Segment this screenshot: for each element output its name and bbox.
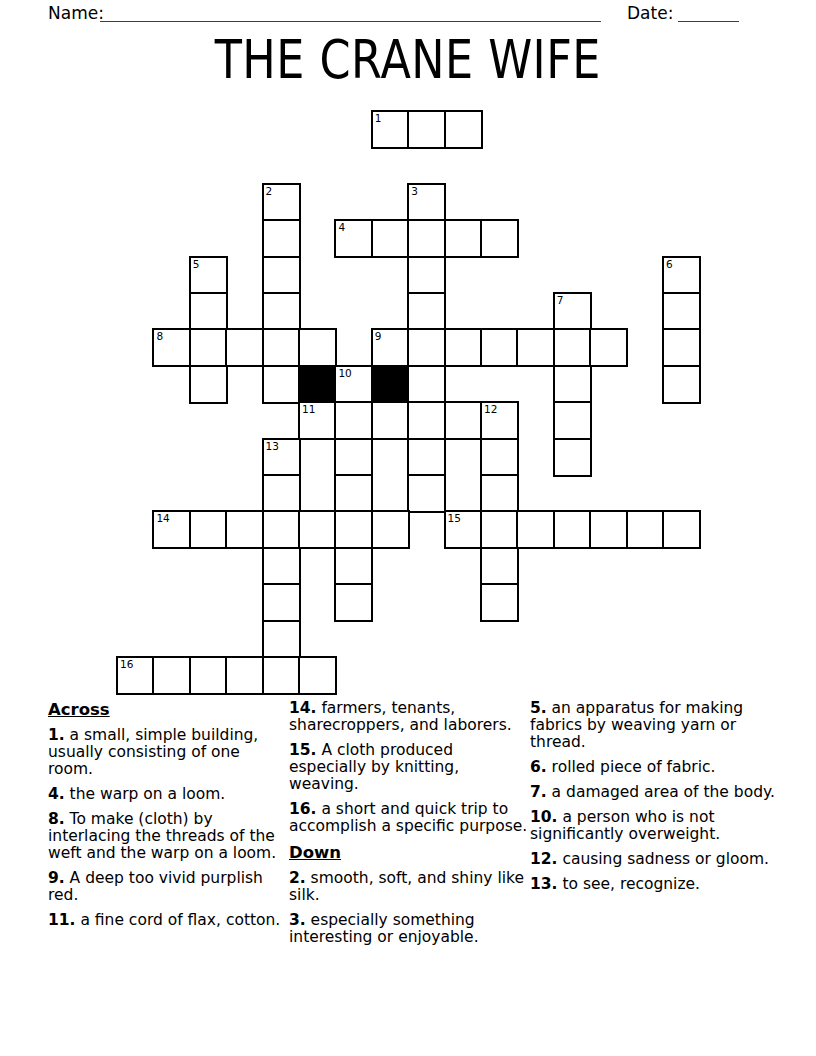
answer-cell-r6c8[interactable] [407,328,446,367]
clue-down-3: 3. especially something interesting or e… [289,912,532,946]
answer-cell-r6c10[interactable] [480,328,519,367]
answer-cell-r15c2[interactable] [189,656,228,695]
answer-cell-r13c10[interactable] [480,583,519,622]
cell-number-15: 15 [448,512,461,524]
answer-cell-r6c4[interactable] [262,328,301,367]
answer-cell-r7c15[interactable] [662,365,701,404]
answer-cell-r9c8[interactable] [407,438,446,477]
answer-cell-r6c5[interactable] [298,328,337,367]
answer-cell-r14c4[interactable] [262,620,301,659]
answer-cell-r8c10[interactable]: 12 [480,401,519,440]
clue-number-6: 6. [530,758,547,776]
answer-cell-r8c12[interactable] [553,401,592,440]
answer-cell-r13c4[interactable] [262,583,301,622]
answer-cell-r11c1[interactable]: 14 [152,510,191,549]
answer-cell-r5c15[interactable] [662,292,701,331]
answer-cell-r6c13[interactable] [589,328,628,367]
clue-across-11: 11. a fine cord of flax, cotton. [48,912,285,929]
clue-number-12: 12. [530,850,557,868]
clue-number-13: 13. [530,875,557,893]
date-label: Date: [627,4,673,23]
clue-down-10: 10. a person who is not significantly ov… [530,809,775,843]
answer-cell-r5c4[interactable] [262,292,301,331]
answer-cell-r6c2[interactable] [189,328,228,367]
answer-cell-r0c7[interactable]: 1 [371,110,410,149]
answer-cell-r8c7[interactable] [371,401,410,440]
answer-cell-r3c7[interactable] [371,219,410,258]
clue-down-12: 12. causing sadness or gloom. [530,851,775,868]
clue-column-middle: 14. farmers, tenants, sharecroppers, and… [289,700,532,954]
cell-number-7: 7 [557,294,564,306]
block-cell-r7c7 [371,365,410,404]
answer-cell-r0c9[interactable] [444,110,483,149]
answer-cell-r10c6[interactable] [334,474,373,513]
answer-cell-r10c4[interactable] [262,474,301,513]
clue-number-16: 16. [289,800,316,818]
across-heading: Across [48,700,285,719]
answer-cell-r8c6[interactable] [334,401,373,440]
answer-cell-r11c4[interactable] [262,510,301,549]
answer-cell-r6c3[interactable] [225,328,264,367]
answer-cell-r2c8[interactable]: 3 [407,183,446,222]
clue-number-4: 4. [48,785,65,803]
clue-across-9: 9. A deep too vivid purplish red. [48,870,285,904]
answer-cell-r5c12[interactable]: 7 [553,292,592,331]
page-title: THE CRANE WIFE [215,34,601,86]
answer-cell-r6c7[interactable]: 9 [371,328,410,367]
answer-cell-r12c6[interactable] [334,547,373,586]
answer-cell-r15c3[interactable] [225,656,264,695]
answer-cell-r6c15[interactable] [662,328,701,367]
cell-number-12: 12 [484,403,497,415]
clue-down-7: 7. a damaged area of the body. [530,784,775,801]
answer-cell-r3c9[interactable] [444,219,483,258]
answer-cell-r4c2[interactable]: 5 [189,256,228,295]
name-blank-line[interactable] [100,5,601,22]
clue-down-5: 5. an apparatus for making fabrics by we… [530,700,775,751]
answer-cell-r7c2[interactable] [189,365,228,404]
answer-cell-r6c12[interactable] [553,328,592,367]
answer-cell-r9c6[interactable] [334,438,373,477]
answer-cell-r7c4[interactable] [262,365,301,404]
answer-cell-r4c15[interactable]: 6 [662,256,701,295]
clue-number-15: 15. [289,741,316,759]
clue-across-15: 15. A cloth produced especially by knitt… [289,742,532,793]
cell-number-6: 6 [666,258,673,270]
answer-cell-r11c7[interactable] [371,510,410,549]
answer-cell-r11c12[interactable] [553,510,592,549]
answer-cell-r10c10[interactable] [480,474,519,513]
clue-down-13: 13. to see, recognize. [530,876,775,893]
cell-number-8: 8 [156,330,163,342]
answer-cell-r11c15[interactable] [662,510,701,549]
answer-cell-r7c6[interactable]: 10 [334,365,373,404]
answer-cell-r4c4[interactable] [262,256,301,295]
clue-across-1: 1. a small, simple building, usually con… [48,727,285,778]
clue-number-7: 7. [530,783,547,801]
cell-number-2: 2 [266,185,273,197]
answer-cell-r6c9[interactable] [444,328,483,367]
cell-number-5: 5 [193,258,200,270]
answer-cell-r8c8[interactable] [407,401,446,440]
answer-cell-r7c12[interactable] [553,365,592,404]
answer-cell-r15c0[interactable]: 16 [116,656,155,695]
answer-cell-r15c4[interactable] [262,656,301,695]
clue-number-2: 2. [289,869,306,887]
answer-cell-r15c1[interactable] [152,656,191,695]
cell-number-14: 14 [156,512,169,524]
answer-cell-r7c8[interactable] [407,365,446,404]
answer-cell-r11c2[interactable] [189,510,228,549]
clue-across-16: 16. a short and quick trip to accomplish… [289,801,532,835]
cell-number-11: 11 [302,403,315,415]
clue-across-14: 14. farmers, tenants, sharecroppers, and… [289,700,532,734]
answer-cell-r3c10[interactable] [480,219,519,258]
clue-number-11: 11. [48,911,75,929]
answer-cell-r11c14[interactable] [626,510,665,549]
cell-number-13: 13 [266,440,279,452]
answer-cell-r12c10[interactable] [480,547,519,586]
answer-cell-r13c6[interactable] [334,583,373,622]
answer-cell-r4c8[interactable] [407,256,446,295]
answer-cell-r5c2[interactable] [189,292,228,331]
clue-column-down: 5. an apparatus for making fabrics by we… [530,700,775,901]
answer-cell-r6c11[interactable] [516,328,555,367]
clue-number-14: 14. [289,699,316,717]
answer-cell-r3c6[interactable]: 4 [334,219,373,258]
cell-number-3: 3 [411,185,418,197]
cell-number-4: 4 [338,221,345,233]
clue-number-3: 3. [289,911,306,929]
answer-cell-r11c5[interactable] [298,510,337,549]
clue-column-across: Across1. a small, simple building, usual… [48,700,285,937]
block-cell-r7c5 [298,365,337,404]
answer-cell-r2c4[interactable]: 2 [262,183,301,222]
answer-cell-r9c10[interactable] [480,438,519,477]
clue-number-9: 9. [48,869,65,887]
name-label: Name: [48,4,104,23]
clue-number-1: 1. [48,726,65,744]
clue-across-4: 4. the warp on a loom. [48,786,285,803]
answer-cell-r11c9[interactable]: 15 [444,510,483,549]
cell-number-9: 9 [375,330,382,342]
answer-cell-r11c10[interactable] [480,510,519,549]
answer-cell-r0c8[interactable] [407,110,446,149]
answer-cell-r3c8[interactable] [407,219,446,258]
clue-number-8: 8. [48,810,65,828]
answer-cell-r6c1[interactable]: 8 [152,328,191,367]
answer-cell-r8c5[interactable]: 11 [298,401,337,440]
clue-down-2: 2. smooth, soft, and shiny like silk. [289,870,532,904]
title-row: THE CRANE WIFE [0,34,816,86]
down-heading: Down [289,843,532,862]
answer-cell-r8c9[interactable] [444,401,483,440]
answer-cell-r9c12[interactable] [553,438,592,477]
answer-cell-r11c13[interactable] [589,510,628,549]
cell-number-10: 10 [338,367,351,379]
clue-down-6: 6. rolled piece of fabric. [530,759,775,776]
answer-cell-r10c8[interactable] [407,474,446,513]
cell-number-16: 16 [120,658,133,670]
date-blank-line[interactable] [678,5,739,22]
cell-number-1: 1 [375,112,382,124]
answer-cell-r15c5[interactable] [298,656,337,695]
clue-across-8: 8. To make (cloth) by interlacing the th… [48,811,285,862]
answer-cell-r12c4[interactable] [262,547,301,586]
answer-cell-r5c8[interactable] [407,292,446,331]
answer-cell-r11c6[interactable] [334,510,373,549]
clue-number-5: 5. [530,699,547,717]
answer-cell-r11c11[interactable] [516,510,555,549]
answer-cell-r9c4[interactable]: 13 [262,438,301,477]
clue-number-10: 10. [530,808,557,826]
answer-cell-r11c3[interactable] [225,510,264,549]
answer-cell-r3c4[interactable] [262,219,301,258]
